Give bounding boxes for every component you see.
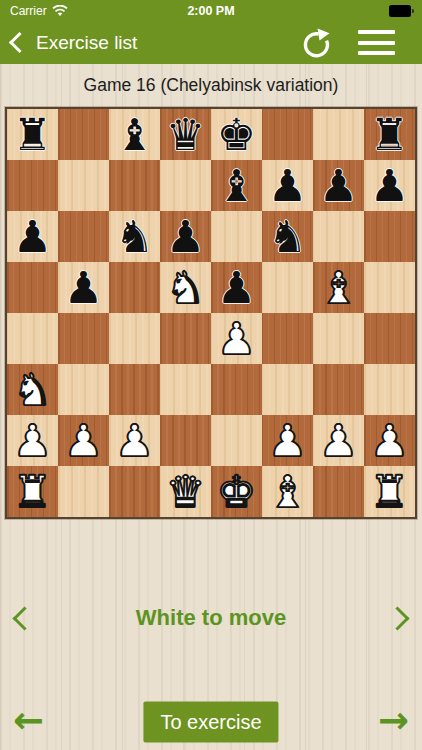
back-button-label: Exercise list <box>36 32 137 54</box>
nav-bar: Exercise list <box>0 21 422 64</box>
square-c2[interactable]: ♟︎ <box>109 415 160 466</box>
black-knight[interactable]: ♞︎ <box>268 211 307 262</box>
black-pawn[interactable]: ♟︎ <box>319 160 358 211</box>
square-b2[interactable]: ♟︎ <box>58 415 109 466</box>
square-f5[interactable] <box>262 262 313 313</box>
hamburger-icon <box>358 30 395 34</box>
refresh-icon <box>300 26 334 60</box>
square-h6[interactable] <box>364 211 415 262</box>
previous-exercise-arrow[interactable]: ← <box>13 702 44 739</box>
white-bishop[interactable]: ♝︎ <box>268 466 307 517</box>
square-d4[interactable] <box>160 313 211 364</box>
black-pawn[interactable]: ♟︎ <box>64 262 103 313</box>
square-g4[interactable] <box>313 313 364 364</box>
square-d2[interactable] <box>160 415 211 466</box>
square-b1[interactable] <box>58 466 109 517</box>
square-g2[interactable]: ♟︎ <box>313 415 364 466</box>
square-f2[interactable]: ♟︎ <box>262 415 313 466</box>
move-indicator-label: White to move <box>0 597 422 639</box>
chevron-left-icon <box>9 32 30 53</box>
white-bishop[interactable]: ♝︎ <box>319 262 358 313</box>
square-a7[interactable] <box>7 160 58 211</box>
square-a5[interactable] <box>7 262 58 313</box>
white-pawn[interactable]: ♟︎ <box>115 415 154 466</box>
chess-board: ♜︎♝︎♛︎♚︎♜︎♝︎♟︎♟︎♟︎♟︎♞︎♟︎♞︎♟︎♞︎♟︎♝︎♟︎♞︎♟︎… <box>5 107 417 519</box>
square-f4[interactable] <box>262 313 313 364</box>
square-g1[interactable] <box>313 466 364 517</box>
battery-icon <box>389 5 414 17</box>
square-h5[interactable] <box>364 262 415 313</box>
square-h7[interactable]: ♟︎ <box>364 160 415 211</box>
to-exercise-button[interactable]: To exercise <box>143 702 278 743</box>
black-queen[interactable]: ♛︎ <box>166 109 205 160</box>
white-king[interactable]: ♚︎ <box>217 466 256 517</box>
square-h3[interactable] <box>364 364 415 415</box>
square-c4[interactable] <box>109 313 160 364</box>
square-a2[interactable]: ♟︎ <box>7 415 58 466</box>
square-b8[interactable] <box>58 109 109 160</box>
black-pawn[interactable]: ♟︎ <box>166 211 205 262</box>
square-h4[interactable] <box>364 313 415 364</box>
square-f7[interactable]: ♟︎ <box>262 160 313 211</box>
white-knight[interactable]: ♞︎ <box>13 364 52 415</box>
square-c8[interactable]: ♝︎ <box>109 109 160 160</box>
black-bishop[interactable]: ♝︎ <box>115 109 154 160</box>
square-f8[interactable] <box>262 109 313 160</box>
square-e4[interactable]: ♟︎ <box>211 313 262 364</box>
move-indicator-row: White to move <box>0 597 422 639</box>
square-b4[interactable] <box>58 313 109 364</box>
square-e6[interactable] <box>211 211 262 262</box>
square-b3[interactable] <box>58 364 109 415</box>
black-king[interactable]: ♚︎ <box>217 109 256 160</box>
white-pawn[interactable]: ♟︎ <box>64 415 103 466</box>
square-d6[interactable]: ♟︎ <box>160 211 211 262</box>
square-c6[interactable]: ♞︎ <box>109 211 160 262</box>
black-knight[interactable]: ♞︎ <box>115 211 154 262</box>
white-pawn[interactable]: ♟︎ <box>319 415 358 466</box>
square-e7[interactable]: ♝︎ <box>211 160 262 211</box>
square-f1[interactable]: ♝︎ <box>262 466 313 517</box>
square-e2[interactable] <box>211 415 262 466</box>
black-bishop[interactable]: ♝︎ <box>217 160 256 211</box>
square-e1[interactable]: ♚︎ <box>211 466 262 517</box>
square-g5[interactable]: ♝︎ <box>313 262 364 313</box>
square-a1[interactable]: ♜︎ <box>7 466 58 517</box>
back-button[interactable]: Exercise list <box>12 32 137 54</box>
black-pawn[interactable]: ♟︎ <box>370 160 409 211</box>
square-b5[interactable]: ♟︎ <box>58 262 109 313</box>
square-g7[interactable]: ♟︎ <box>313 160 364 211</box>
white-knight[interactable]: ♞︎ <box>166 262 205 313</box>
square-f3[interactable] <box>262 364 313 415</box>
square-g3[interactable] <box>313 364 364 415</box>
white-pawn[interactable]: ♟︎ <box>268 415 307 466</box>
black-pawn[interactable]: ♟︎ <box>13 211 52 262</box>
square-a8[interactable]: ♜︎ <box>7 109 58 160</box>
black-pawn[interactable]: ♟︎ <box>217 262 256 313</box>
white-pawn[interactable]: ♟︎ <box>13 415 52 466</box>
square-c1[interactable] <box>109 466 160 517</box>
clock-label: 2:00 PM <box>0 4 422 18</box>
square-h1[interactable]: ♜︎ <box>364 466 415 517</box>
square-b7[interactable] <box>58 160 109 211</box>
square-b6[interactable] <box>58 211 109 262</box>
square-e8[interactable]: ♚︎ <box>211 109 262 160</box>
square-d5[interactable]: ♞︎ <box>160 262 211 313</box>
black-pawn[interactable]: ♟︎ <box>268 160 307 211</box>
status-bar: Carrier 2:00 PM <box>0 0 422 21</box>
square-d1[interactable]: ♛︎ <box>160 466 211 517</box>
white-rook[interactable]: ♜︎ <box>13 466 52 517</box>
white-queen[interactable]: ♛︎ <box>166 466 205 517</box>
footer-bar: ← To exercise → <box>0 694 422 750</box>
black-rook[interactable]: ♜︎ <box>370 109 409 160</box>
refresh-button[interactable] <box>300 26 334 60</box>
square-f6[interactable]: ♞︎ <box>262 211 313 262</box>
square-g6[interactable] <box>313 211 364 262</box>
square-c7[interactable] <box>109 160 160 211</box>
white-rook[interactable]: ♜︎ <box>370 466 409 517</box>
square-a4[interactable] <box>7 313 58 364</box>
white-pawn[interactable]: ♟︎ <box>370 415 409 466</box>
white-pawn[interactable]: ♟︎ <box>217 313 256 364</box>
square-h2[interactable]: ♟︎ <box>364 415 415 466</box>
page-title: Game 16 (Chelyabinsk variation) <box>0 64 422 107</box>
square-a6[interactable]: ♟︎ <box>7 211 58 262</box>
menu-button[interactable] <box>358 30 395 55</box>
square-e3[interactable] <box>211 364 262 415</box>
square-d3[interactable] <box>160 364 211 415</box>
square-c5[interactable] <box>109 262 160 313</box>
square-d8[interactable]: ♛︎ <box>160 109 211 160</box>
square-a3[interactable]: ♞︎ <box>7 364 58 415</box>
square-c3[interactable] <box>109 364 160 415</box>
square-e5[interactable]: ♟︎ <box>211 262 262 313</box>
next-exercise-arrow[interactable]: → <box>378 702 409 739</box>
square-d7[interactable] <box>160 160 211 211</box>
square-h8[interactable]: ♜︎ <box>364 109 415 160</box>
square-g8[interactable] <box>313 109 364 160</box>
black-rook[interactable]: ♜︎ <box>13 109 52 160</box>
app-screen: Carrier 2:00 PM Exercise list <box>0 0 422 750</box>
